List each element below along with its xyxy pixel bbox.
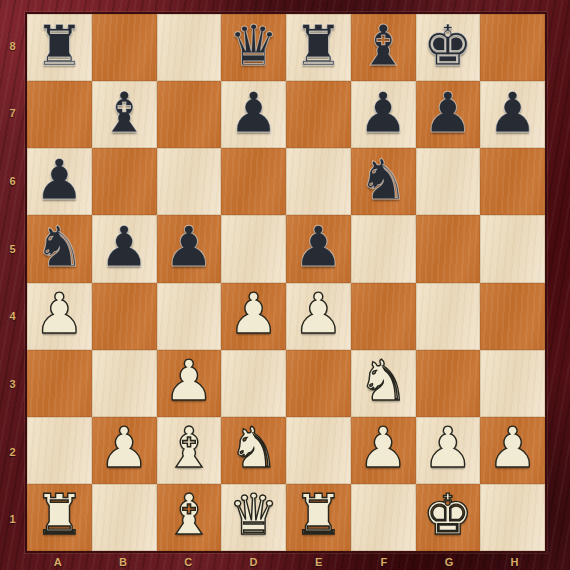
square-c7[interactable] bbox=[157, 81, 222, 148]
piece-black-pawn[interactable]: ♟ bbox=[423, 85, 473, 141]
rank-label-1: 1 bbox=[0, 485, 25, 553]
piece-black-pawn[interactable]: ♟ bbox=[164, 219, 214, 275]
file-label-f: F bbox=[351, 553, 416, 570]
square-g3[interactable] bbox=[416, 350, 481, 417]
square-g5[interactable] bbox=[416, 215, 481, 282]
square-d8[interactable]: ♛ bbox=[221, 14, 286, 81]
square-b6[interactable] bbox=[92, 148, 157, 215]
square-b1[interactable] bbox=[92, 484, 157, 551]
square-c5[interactable]: ♟ bbox=[157, 215, 222, 282]
piece-black-pawn[interactable]: ♟ bbox=[229, 85, 279, 141]
file-label-b: B bbox=[90, 553, 155, 570]
square-h2[interactable]: ♟ bbox=[480, 417, 545, 484]
piece-white-pawn[interactable]: ♟ bbox=[488, 420, 538, 476]
square-e2[interactable] bbox=[286, 417, 351, 484]
piece-black-pawn[interactable]: ♟ bbox=[293, 219, 343, 275]
rank-label-6: 6 bbox=[0, 147, 25, 215]
piece-white-pawn[interactable]: ♟ bbox=[358, 420, 408, 476]
rank-label-5: 5 bbox=[0, 215, 25, 283]
piece-white-knight[interactable]: ♞ bbox=[229, 420, 279, 476]
square-e8[interactable]: ♜ bbox=[286, 14, 351, 81]
piece-white-rook[interactable]: ♜ bbox=[34, 487, 84, 543]
file-labels: ABCDEFGH bbox=[25, 553, 547, 570]
piece-black-pawn[interactable]: ♟ bbox=[99, 219, 149, 275]
square-e1[interactable]: ♜ bbox=[286, 484, 351, 551]
rank-label-4: 4 bbox=[0, 283, 25, 351]
square-h5[interactable] bbox=[480, 215, 545, 282]
square-e7[interactable] bbox=[286, 81, 351, 148]
square-a4[interactable]: ♟ bbox=[27, 283, 92, 350]
piece-black-bishop[interactable]: ♝ bbox=[99, 85, 149, 141]
piece-white-rook[interactable]: ♜ bbox=[293, 487, 343, 543]
piece-white-pawn[interactable]: ♟ bbox=[423, 420, 473, 476]
piece-white-king[interactable]: ♚ bbox=[423, 487, 473, 543]
square-e6[interactable] bbox=[286, 148, 351, 215]
piece-black-queen[interactable]: ♛ bbox=[229, 18, 279, 74]
square-g7[interactable]: ♟ bbox=[416, 81, 481, 148]
square-h4[interactable] bbox=[480, 283, 545, 350]
square-d6[interactable] bbox=[221, 148, 286, 215]
piece-white-pawn[interactable]: ♟ bbox=[99, 420, 149, 476]
square-f6[interactable]: ♞ bbox=[351, 148, 416, 215]
piece-black-pawn[interactable]: ♟ bbox=[34, 152, 84, 208]
square-a6[interactable]: ♟ bbox=[27, 148, 92, 215]
piece-black-pawn[interactable]: ♟ bbox=[488, 85, 538, 141]
piece-black-knight[interactable]: ♞ bbox=[34, 219, 84, 275]
file-label-a: A bbox=[25, 553, 90, 570]
piece-black-pawn[interactable]: ♟ bbox=[358, 85, 408, 141]
piece-black-rook[interactable]: ♜ bbox=[293, 18, 343, 74]
file-label-h: H bbox=[482, 553, 547, 570]
piece-white-pawn[interactable]: ♟ bbox=[34, 286, 84, 342]
square-b2[interactable]: ♟ bbox=[92, 417, 157, 484]
square-c3[interactable]: ♟ bbox=[157, 350, 222, 417]
square-d4[interactable]: ♟ bbox=[221, 283, 286, 350]
square-a5[interactable]: ♞ bbox=[27, 215, 92, 282]
square-g2[interactable]: ♟ bbox=[416, 417, 481, 484]
file-label-c: C bbox=[156, 553, 221, 570]
square-h1[interactable] bbox=[480, 484, 545, 551]
square-e4[interactable]: ♟ bbox=[286, 283, 351, 350]
square-g1[interactable]: ♚ bbox=[416, 484, 481, 551]
square-b4[interactable] bbox=[92, 283, 157, 350]
piece-black-bishop[interactable]: ♝ bbox=[358, 18, 408, 74]
piece-black-knight[interactable]: ♞ bbox=[358, 152, 408, 208]
square-e3[interactable] bbox=[286, 350, 351, 417]
square-e5[interactable]: ♟ bbox=[286, 215, 351, 282]
square-f2[interactable]: ♟ bbox=[351, 417, 416, 484]
square-h6[interactable] bbox=[480, 148, 545, 215]
square-a8[interactable]: ♜ bbox=[27, 14, 92, 81]
piece-white-bishop[interactable]: ♝ bbox=[164, 420, 214, 476]
square-f7[interactable]: ♟ bbox=[351, 81, 416, 148]
square-f3[interactable]: ♞ bbox=[351, 350, 416, 417]
square-h3[interactable] bbox=[480, 350, 545, 417]
square-d2[interactable]: ♞ bbox=[221, 417, 286, 484]
piece-black-rook[interactable]: ♜ bbox=[34, 18, 84, 74]
square-a7[interactable] bbox=[27, 81, 92, 148]
file-label-e: E bbox=[286, 553, 351, 570]
square-h7[interactable]: ♟ bbox=[480, 81, 545, 148]
square-a1[interactable]: ♜ bbox=[27, 484, 92, 551]
square-b3[interactable] bbox=[92, 350, 157, 417]
piece-white-knight[interactable]: ♞ bbox=[358, 353, 408, 409]
board-frame: ♜♛♜♝♚♝♟♟♟♟♟♞♞♟♟♟♟♟♟♟♞♟♝♞♟♟♟♜♝♛♜♚ 8765432… bbox=[0, 0, 570, 570]
square-d5[interactable] bbox=[221, 215, 286, 282]
square-d7[interactable]: ♟ bbox=[221, 81, 286, 148]
square-a3[interactable] bbox=[27, 350, 92, 417]
chess-board: ♜♛♜♝♚♝♟♟♟♟♟♞♞♟♟♟♟♟♟♟♞♟♝♞♟♟♟♜♝♛♜♚ bbox=[25, 12, 547, 553]
square-b5[interactable]: ♟ bbox=[92, 215, 157, 282]
square-f5[interactable] bbox=[351, 215, 416, 282]
piece-white-pawn[interactable]: ♟ bbox=[164, 353, 214, 409]
square-a2[interactable] bbox=[27, 417, 92, 484]
rank-label-7: 7 bbox=[0, 80, 25, 148]
rank-label-8: 8 bbox=[0, 12, 25, 80]
square-b8[interactable] bbox=[92, 14, 157, 81]
rank-label-2: 2 bbox=[0, 418, 25, 486]
square-c8[interactable] bbox=[157, 14, 222, 81]
square-g8[interactable]: ♚ bbox=[416, 14, 481, 81]
square-c6[interactable] bbox=[157, 148, 222, 215]
square-f4[interactable] bbox=[351, 283, 416, 350]
square-c4[interactable] bbox=[157, 283, 222, 350]
square-f1[interactable] bbox=[351, 484, 416, 551]
square-c2[interactable]: ♝ bbox=[157, 417, 222, 484]
piece-white-bishop[interactable]: ♝ bbox=[164, 487, 214, 543]
square-d3[interactable] bbox=[221, 350, 286, 417]
rank-labels: 87654321 bbox=[0, 12, 25, 553]
piece-white-pawn[interactable]: ♟ bbox=[229, 286, 279, 342]
piece-black-king[interactable]: ♚ bbox=[423, 18, 473, 74]
square-d1[interactable]: ♛ bbox=[221, 484, 286, 551]
square-g4[interactable] bbox=[416, 283, 481, 350]
square-c1[interactable]: ♝ bbox=[157, 484, 222, 551]
square-f8[interactable]: ♝ bbox=[351, 14, 416, 81]
rank-label-3: 3 bbox=[0, 350, 25, 418]
square-b7[interactable]: ♝ bbox=[92, 81, 157, 148]
square-h8[interactable] bbox=[480, 14, 545, 81]
piece-white-queen[interactable]: ♛ bbox=[229, 487, 279, 543]
square-g6[interactable] bbox=[416, 148, 481, 215]
piece-white-pawn[interactable]: ♟ bbox=[293, 286, 343, 342]
file-label-d: D bbox=[221, 553, 286, 570]
file-label-g: G bbox=[417, 553, 482, 570]
